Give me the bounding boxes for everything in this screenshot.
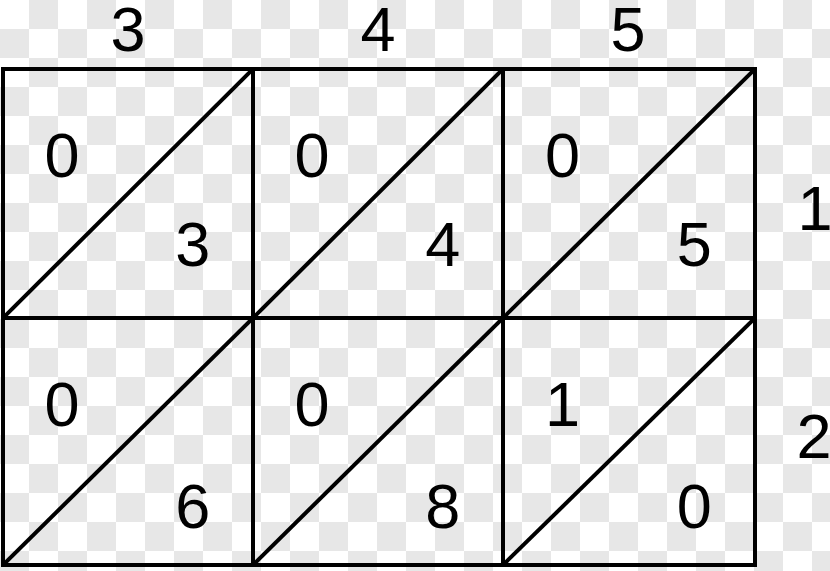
tens-digit: 1 xyxy=(545,372,580,435)
units-digit: 6 xyxy=(175,475,210,538)
lattice-cell-r1c2: 0 4 xyxy=(255,71,505,320)
tens-digit: 0 xyxy=(45,124,80,187)
lattice-grid: 0 3 0 4 0 5 0 6 0 8 1 0 xyxy=(1,67,757,567)
tens-digit: 0 xyxy=(295,372,330,435)
tens-digit: 0 xyxy=(295,124,330,187)
diagonal-line xyxy=(505,320,753,563)
lattice-cell-r1c3: 0 5 xyxy=(505,71,753,320)
column-label-1: 3 xyxy=(110,0,145,61)
tens-digit: 0 xyxy=(45,372,80,435)
diagonal-line xyxy=(5,71,251,316)
tens-digit: 0 xyxy=(545,124,580,187)
units-digit: 0 xyxy=(677,475,712,538)
row-label-2: 2 xyxy=(796,405,830,468)
units-digit: 8 xyxy=(425,475,460,538)
diagonal-line xyxy=(255,71,501,316)
lattice-cell-r2c2: 0 8 xyxy=(255,320,505,563)
diagonal-line xyxy=(255,320,501,563)
lattice-cell-r1c1: 0 3 xyxy=(5,71,255,320)
lattice-cell-r2c3: 1 0 xyxy=(505,320,753,563)
column-label-3: 5 xyxy=(610,0,645,61)
row-label-1: 1 xyxy=(797,177,830,240)
units-digit: 3 xyxy=(175,213,210,276)
diagonal-line xyxy=(505,71,753,316)
lattice-multiplication-diagram: 3 4 5 1 2 0 3 0 4 0 5 0 6 0 8 xyxy=(0,0,830,571)
units-digit: 5 xyxy=(677,213,712,276)
column-label-2: 4 xyxy=(360,0,395,61)
units-digit: 4 xyxy=(425,213,460,276)
diagonal-line xyxy=(5,320,251,563)
lattice-cell-r2c1: 0 6 xyxy=(5,320,255,563)
